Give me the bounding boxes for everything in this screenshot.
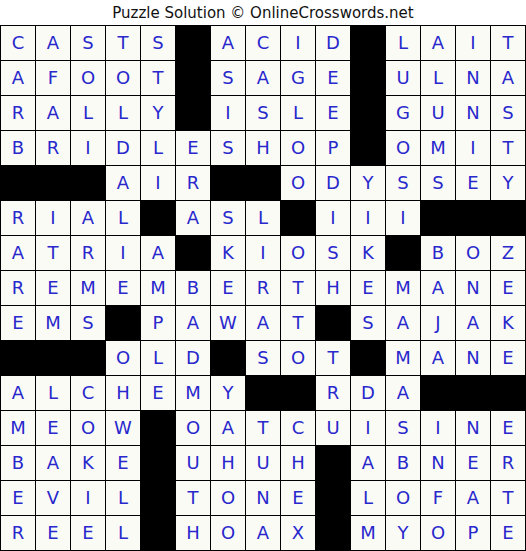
letter-cell: T [316, 341, 350, 375]
letter-cell: E [106, 446, 140, 480]
letter-cell: X [281, 516, 315, 550]
black-cell [141, 201, 175, 235]
letter-cell: E [1, 481, 35, 515]
letter-cell: O [281, 341, 315, 375]
letter-cell: O [281, 131, 315, 165]
letter-cell: W [211, 306, 245, 340]
letter-cell: L [351, 481, 385, 515]
black-cell [211, 166, 245, 200]
letter-cell: C [281, 411, 315, 445]
letter-cell: S [491, 96, 525, 130]
letter-cell: U [176, 446, 210, 480]
letter-cell: I [421, 411, 455, 445]
letter-cell: E [491, 271, 525, 305]
letter-cell: S [211, 61, 245, 95]
letter-cell: O [281, 236, 315, 270]
letter-cell: M [36, 306, 70, 340]
black-cell [421, 376, 455, 410]
letter-cell: P [316, 131, 350, 165]
black-cell [141, 446, 175, 480]
letter-cell: T [36, 236, 70, 270]
letter-cell: H [176, 516, 210, 550]
black-cell [316, 516, 350, 550]
letter-cell: A [386, 306, 420, 340]
letter-cell: M [1, 411, 35, 445]
letter-cell: R [1, 201, 35, 235]
letter-cell: R [491, 446, 525, 480]
letter-cell: O [386, 481, 420, 515]
letter-cell: A [176, 306, 210, 340]
letter-cell: E [141, 376, 175, 410]
letter-cell: I [456, 26, 490, 60]
letter-cell: O [106, 61, 140, 95]
black-cell [351, 26, 385, 60]
letter-cell: P [456, 516, 490, 550]
letter-cell: L [106, 201, 140, 235]
letter-cell: Y [211, 376, 245, 410]
black-cell [176, 96, 210, 130]
black-cell [71, 341, 105, 375]
letter-cell: E [71, 516, 105, 550]
letter-cell: I [211, 96, 245, 130]
letter-cell: T [246, 411, 280, 445]
letter-cell: M [351, 516, 385, 550]
letter-cell: T [281, 271, 315, 305]
letter-cell: I [246, 236, 280, 270]
letter-cell: N [456, 61, 490, 95]
letter-cell: D [351, 376, 385, 410]
letter-cell: M [176, 376, 210, 410]
letter-cell: B [386, 446, 420, 480]
letter-cell: O [71, 61, 105, 95]
letter-cell: T [106, 26, 140, 60]
black-cell [456, 376, 490, 410]
letter-cell: T [491, 26, 525, 60]
black-cell [351, 131, 385, 165]
letter-cell: F [36, 61, 70, 95]
black-cell [456, 201, 490, 235]
letter-cell: I [386, 201, 420, 235]
black-cell [316, 306, 350, 340]
letter-cell: S [351, 306, 385, 340]
letter-cell: E [36, 411, 70, 445]
letter-cell: T [281, 306, 315, 340]
black-cell [421, 201, 455, 235]
letter-cell: I [71, 131, 105, 165]
black-cell [316, 446, 350, 480]
letter-cell: C [71, 376, 105, 410]
letter-cell: L [281, 96, 315, 130]
letter-cell: E [281, 481, 315, 515]
letter-cell: L [106, 96, 140, 130]
letter-cell: R [316, 376, 350, 410]
letter-cell: K [211, 236, 245, 270]
letter-cell: H [211, 446, 245, 480]
letter-cell: E [106, 271, 140, 305]
letter-cell: M [386, 271, 420, 305]
letter-cell: R [176, 166, 210, 200]
letter-cell: U [316, 411, 350, 445]
letter-cell: K [491, 306, 525, 340]
letter-cell: S [386, 166, 420, 200]
letter-cell: A [246, 306, 280, 340]
letter-cell: E [316, 96, 350, 130]
letter-cell: E [456, 446, 490, 480]
black-cell [71, 166, 105, 200]
letter-cell: I [71, 481, 105, 515]
letter-cell: E [491, 341, 525, 375]
letter-cell: L [246, 201, 280, 235]
letter-cell: H [246, 131, 280, 165]
letter-cell: O [281, 166, 315, 200]
black-cell [141, 411, 175, 445]
letter-cell: O [71, 411, 105, 445]
page-title: Puzzle Solution © OnlineCrosswords.net [0, 0, 526, 25]
letter-cell: T [491, 481, 525, 515]
letter-cell: M [421, 131, 455, 165]
letter-cell: S [421, 166, 455, 200]
black-cell [351, 61, 385, 95]
letter-cell: V [36, 481, 70, 515]
letter-cell: A [71, 201, 105, 235]
letter-cell: T [176, 481, 210, 515]
letter-cell: E [176, 131, 210, 165]
letter-cell: K [71, 446, 105, 480]
letter-cell: D [176, 341, 210, 375]
letter-cell: M [71, 271, 105, 305]
black-cell [176, 26, 210, 60]
black-cell [491, 376, 525, 410]
letter-cell: A [421, 271, 455, 305]
black-cell [281, 376, 315, 410]
letter-cell: K [351, 236, 385, 270]
letter-cell: E [491, 411, 525, 445]
letter-cell: H [281, 446, 315, 480]
letter-cell: L [106, 481, 140, 515]
letter-cell: E [36, 516, 70, 550]
letter-cell: S [71, 26, 105, 60]
black-cell [351, 341, 385, 375]
letter-cell: N [246, 481, 280, 515]
letter-cell: E [456, 166, 490, 200]
black-cell [316, 481, 350, 515]
letter-cell: Y [141, 96, 175, 130]
letter-cell: E [211, 271, 245, 305]
letter-cell: E [351, 271, 385, 305]
letter-cell: A [36, 446, 70, 480]
letter-cell: S [141, 26, 175, 60]
black-cell [1, 166, 35, 200]
crossword-grid: CASTSACIDLAITAFOOTSAGEULNARALLYISLEGUNSB… [0, 25, 526, 551]
letter-cell: A [386, 376, 420, 410]
letter-cell: A [456, 306, 490, 340]
black-cell [1, 341, 35, 375]
letter-cell: A [456, 481, 490, 515]
black-cell [281, 201, 315, 235]
letter-cell: S [211, 201, 245, 235]
letter-cell: O [456, 236, 490, 270]
letter-cell: O [176, 411, 210, 445]
letter-cell: N [456, 96, 490, 130]
letter-cell: A [106, 166, 140, 200]
letter-cell: S [246, 341, 280, 375]
letter-cell: Y [491, 166, 525, 200]
black-cell [246, 376, 280, 410]
letter-cell: A [246, 516, 280, 550]
letter-cell: E [316, 61, 350, 95]
black-cell [36, 166, 70, 200]
letter-cell: M [141, 271, 175, 305]
letter-cell: R [71, 236, 105, 270]
letter-cell: I [281, 26, 315, 60]
letter-cell: O [386, 131, 420, 165]
letter-cell: L [106, 516, 140, 550]
letter-cell: A [351, 446, 385, 480]
letter-cell: I [316, 201, 350, 235]
letter-cell: M [386, 341, 420, 375]
letter-cell: T [141, 61, 175, 95]
letter-cell: H [316, 271, 350, 305]
letter-cell: Y [386, 516, 420, 550]
letter-cell: H [106, 376, 140, 410]
letter-cell: E [36, 271, 70, 305]
letter-cell: L [71, 96, 105, 130]
letter-cell: A [211, 411, 245, 445]
letter-cell: A [1, 61, 35, 95]
letter-cell: Z [491, 236, 525, 270]
letter-cell: L [421, 61, 455, 95]
letter-cell: B [1, 131, 35, 165]
black-cell [246, 166, 280, 200]
letter-cell: L [36, 376, 70, 410]
letter-cell: B [421, 236, 455, 270]
letter-cell: I [141, 166, 175, 200]
black-cell [211, 341, 245, 375]
letter-cell: S [211, 131, 245, 165]
black-cell [386, 236, 420, 270]
letter-cell: A [1, 376, 35, 410]
letter-cell: I [351, 411, 385, 445]
letter-cell: J [421, 306, 455, 340]
letter-cell: R [1, 516, 35, 550]
letter-cell: O [211, 516, 245, 550]
letter-cell: L [141, 341, 175, 375]
letter-cell: A [141, 236, 175, 270]
letter-cell: G [386, 96, 420, 130]
black-cell [176, 61, 210, 95]
letter-cell: A [421, 26, 455, 60]
letter-cell: N [456, 411, 490, 445]
letter-cell: I [36, 201, 70, 235]
letter-cell: R [1, 271, 35, 305]
letter-cell: N [456, 271, 490, 305]
black-cell [351, 96, 385, 130]
letter-cell: O [211, 481, 245, 515]
letter-cell: U [421, 96, 455, 130]
letter-cell: C [1, 26, 35, 60]
letter-cell: A [211, 26, 245, 60]
letter-cell: C [246, 26, 280, 60]
letter-cell: N [456, 341, 490, 375]
letter-cell: E [1, 306, 35, 340]
letter-cell: P [141, 306, 175, 340]
letter-cell: I [351, 201, 385, 235]
letter-cell: G [281, 61, 315, 95]
letter-cell: S [246, 96, 280, 130]
letter-cell: L [141, 131, 175, 165]
letter-cell: D [106, 131, 140, 165]
letter-cell: A [421, 341, 455, 375]
letter-cell: S [386, 411, 420, 445]
letter-cell: T [491, 131, 525, 165]
letter-cell: E [491, 516, 525, 550]
letter-cell: S [316, 236, 350, 270]
letter-cell: O [421, 516, 455, 550]
black-cell [141, 481, 175, 515]
letter-cell: F [421, 481, 455, 515]
letter-cell: S [71, 306, 105, 340]
letter-cell: O [106, 341, 140, 375]
letter-cell: U [246, 446, 280, 480]
letter-cell: D [316, 166, 350, 200]
letter-cell: A [176, 201, 210, 235]
letter-cell: A [36, 26, 70, 60]
letter-cell: N [421, 446, 455, 480]
letter-cell: I [106, 236, 140, 270]
letter-cell: B [1, 446, 35, 480]
black-cell [106, 306, 140, 340]
letter-cell: R [1, 96, 35, 130]
black-cell [176, 236, 210, 270]
letter-cell: U [386, 61, 420, 95]
letter-cell: L [386, 26, 420, 60]
letter-cell: R [36, 131, 70, 165]
letter-cell: A [1, 236, 35, 270]
letter-cell: A [36, 96, 70, 130]
letter-cell: W [106, 411, 140, 445]
letter-cell: Y [351, 166, 385, 200]
letter-cell: R [246, 271, 280, 305]
letter-cell: I [456, 131, 490, 165]
letter-cell: A [491, 61, 525, 95]
black-cell [491, 201, 525, 235]
black-cell [141, 516, 175, 550]
letter-cell: A [246, 61, 280, 95]
letter-cell: B [176, 271, 210, 305]
letter-cell: D [316, 26, 350, 60]
black-cell [36, 341, 70, 375]
